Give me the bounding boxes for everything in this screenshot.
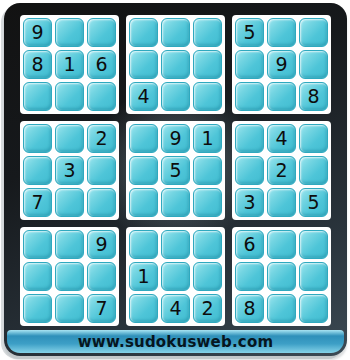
sudoku-box-grid: 9816459823791542359714268 (4, 3, 347, 326)
cell-r6c8[interactable] (267, 188, 296, 217)
cell-r3c1[interactable] (23, 82, 52, 111)
box-9: 68 (232, 227, 331, 326)
cell-r4c3[interactable]: 2 (87, 124, 116, 153)
cell-r2c3[interactable]: 6 (87, 50, 116, 79)
cell-r6c4[interactable] (129, 188, 158, 217)
cell-r5c8[interactable]: 2 (267, 156, 296, 185)
cell-r2c6[interactable] (193, 50, 222, 79)
cell-r8c4[interactable]: 1 (129, 262, 158, 291)
cell-r3c3[interactable] (87, 82, 116, 111)
cell-r8c2[interactable] (55, 262, 84, 291)
cell-r9c3[interactable]: 7 (87, 294, 116, 323)
site-url: www.sudokusweb.com (78, 333, 273, 351)
cell-r4c1[interactable] (23, 124, 52, 153)
cell-r8c3[interactable] (87, 262, 116, 291)
cell-r2c5[interactable] (161, 50, 190, 79)
cell-r7c5[interactable] (161, 230, 190, 259)
cell-r3c8[interactable] (267, 82, 296, 111)
cell-r4c8[interactable]: 4 (267, 124, 296, 153)
sudoku-board: 9816459823791542359714268 www.sudokusweb… (4, 3, 347, 356)
box-3: 598 (232, 15, 331, 114)
box-2: 4 (126, 15, 225, 114)
cell-r2c9[interactable] (299, 50, 328, 79)
cell-r6c5[interactable] (161, 188, 190, 217)
cell-r9c4[interactable] (129, 294, 158, 323)
cell-r9c5[interactable]: 4 (161, 294, 190, 323)
cell-r5c1[interactable] (23, 156, 52, 185)
cell-r2c4[interactable] (129, 50, 158, 79)
cell-r1c5[interactable] (161, 18, 190, 47)
cell-r6c1[interactable]: 7 (23, 188, 52, 217)
cell-r3c5[interactable] (161, 82, 190, 111)
cell-r5c5[interactable]: 5 (161, 156, 190, 185)
cell-r4c6[interactable]: 1 (193, 124, 222, 153)
cell-r8c6[interactable] (193, 262, 222, 291)
cell-r3c4[interactable]: 4 (129, 82, 158, 111)
cell-r9c8[interactable] (267, 294, 296, 323)
cell-r5c6[interactable] (193, 156, 222, 185)
cell-r1c2[interactable] (55, 18, 84, 47)
cell-r6c2[interactable] (55, 188, 84, 217)
cell-r2c8[interactable]: 9 (267, 50, 296, 79)
cell-r7c2[interactable] (55, 230, 84, 259)
box-8: 142 (126, 227, 225, 326)
cell-r5c2[interactable]: 3 (55, 156, 84, 185)
box-4: 237 (20, 121, 119, 220)
page: 9816459823791542359714268 www.sudokusweb… (0, 0, 350, 360)
cell-r7c9[interactable] (299, 230, 328, 259)
cell-r5c3[interactable] (87, 156, 116, 185)
box-6: 4235 (232, 121, 331, 220)
cell-r3c9[interactable]: 8 (299, 82, 328, 111)
cell-r7c4[interactable] (129, 230, 158, 259)
cell-r7c7[interactable]: 6 (235, 230, 264, 259)
cell-r1c3[interactable] (87, 18, 116, 47)
cell-r1c1[interactable]: 9 (23, 18, 52, 47)
cell-r3c6[interactable] (193, 82, 222, 111)
cell-r3c2[interactable] (55, 82, 84, 111)
cell-r4c7[interactable] (235, 124, 264, 153)
cell-r7c3[interactable]: 9 (87, 230, 116, 259)
cell-r7c1[interactable] (23, 230, 52, 259)
box-7: 97 (20, 227, 119, 326)
cell-r4c9[interactable] (299, 124, 328, 153)
cell-r4c2[interactable] (55, 124, 84, 153)
box-5: 915 (126, 121, 225, 220)
cell-r2c1[interactable]: 8 (23, 50, 52, 79)
cell-r8c7[interactable] (235, 262, 264, 291)
cell-r4c5[interactable]: 9 (161, 124, 190, 153)
cell-r8c8[interactable] (267, 262, 296, 291)
cell-r6c3[interactable] (87, 188, 116, 217)
cell-r7c6[interactable] (193, 230, 222, 259)
cell-r1c6[interactable] (193, 18, 222, 47)
cell-r6c7[interactable]: 3 (235, 188, 264, 217)
cell-r6c6[interactable] (193, 188, 222, 217)
cell-r3c7[interactable] (235, 82, 264, 111)
cell-r8c5[interactable] (161, 262, 190, 291)
box-1: 9816 (20, 15, 119, 114)
cell-r1c8[interactable] (267, 18, 296, 47)
cell-r9c9[interactable] (299, 294, 328, 323)
cell-r1c4[interactable] (129, 18, 158, 47)
cell-r2c7[interactable] (235, 50, 264, 79)
cell-r6c9[interactable]: 5 (299, 188, 328, 217)
cell-r4c4[interactable] (129, 124, 158, 153)
cell-r2c2[interactable]: 1 (55, 50, 84, 79)
cell-r9c1[interactable] (23, 294, 52, 323)
cell-r5c4[interactable] (129, 156, 158, 185)
cell-r9c6[interactable]: 2 (193, 294, 222, 323)
cell-r9c2[interactable] (55, 294, 84, 323)
footer-bar: www.sudokusweb.com (7, 330, 344, 353)
cell-r5c7[interactable] (235, 156, 264, 185)
cell-r8c1[interactable] (23, 262, 52, 291)
cell-r8c9[interactable] (299, 262, 328, 291)
cell-r5c9[interactable] (299, 156, 328, 185)
cell-r9c7[interactable]: 8 (235, 294, 264, 323)
cell-r1c7[interactable]: 5 (235, 18, 264, 47)
cell-r7c8[interactable] (267, 230, 296, 259)
cell-r1c9[interactable] (299, 18, 328, 47)
